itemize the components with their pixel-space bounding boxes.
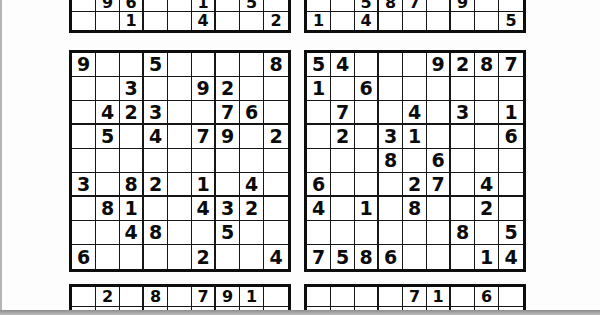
cell-r5c3[interactable] (355, 149, 379, 173)
cell-r9c1[interactable] (72, 12, 96, 30)
cell-r2c6[interactable] (427, 77, 451, 101)
cell-r6c6[interactable]: 1 (192, 173, 216, 197)
cell-r8c7[interactable]: 9 (451, 0, 475, 12)
cell-r5c9[interactable] (264, 149, 288, 173)
cell-r9c7[interactable] (216, 12, 240, 30)
cell-r9c7[interactable] (216, 245, 240, 269)
cell-r3c3[interactable] (355, 101, 379, 125)
cell-r1c8[interactable]: 8 (475, 53, 499, 77)
sudoku-board-middle-right: 5492871674312316866274418285758614 (304, 50, 526, 272)
cell-r3c2[interactable]: 7 (331, 101, 355, 125)
cell-r3c7[interactable]: 7 (216, 101, 240, 125)
cell-r1c1[interactable]: 5 (307, 53, 331, 77)
cell-r3c5[interactable]: 4 (403, 101, 427, 125)
cell-r4c2[interactable]: 2 (331, 125, 355, 149)
cell-r8c5[interactable] (168, 0, 192, 12)
cell-r2c6[interactable]: 9 (192, 77, 216, 101)
cell-r4c1[interactable] (307, 125, 331, 149)
cell-r7c8[interactable]: 2 (240, 197, 264, 221)
cell-r8c8[interactable] (475, 221, 499, 245)
cell-r4c2[interactable]: 5 (96, 125, 120, 149)
cell-r6c7[interactable] (216, 173, 240, 197)
cell-r9c8[interactable] (240, 245, 264, 269)
cell-r5c6[interactable]: 6 (427, 149, 451, 173)
cell-r8c4[interactable] (379, 221, 403, 245)
cell-r1c1[interactable] (307, 287, 331, 307)
cell-r4c3[interactable] (355, 125, 379, 149)
cell-r7c4[interactable] (379, 197, 403, 221)
cell-r5c1[interactable] (72, 149, 96, 173)
cell-r3c5[interactable] (168, 101, 192, 125)
cell-r3c6[interactable] (192, 101, 216, 125)
sudoku-board-top-left: 9615142 (69, 0, 291, 33)
cell-r3c3[interactable]: 2 (120, 101, 144, 125)
cell-r3c8[interactable] (475, 101, 499, 125)
cell-r3c4[interactable] (379, 101, 403, 125)
cell-r2c3[interactable]: 6 (355, 77, 379, 101)
cell-r3c6[interactable] (427, 101, 451, 125)
cell-r1c6[interactable]: 7 (192, 287, 216, 307)
cell-r6c4[interactable]: 2 (144, 173, 168, 197)
cell-r8c6[interactable] (427, 221, 451, 245)
cell-r8c1[interactable] (72, 0, 96, 12)
cell-r3c2[interactable]: 4 (96, 101, 120, 125)
cell-r1c2[interactable] (96, 53, 120, 77)
cell-r9c5[interactable] (403, 245, 427, 269)
sudoku-grid-top-left: 9615142 (69, 0, 295, 33)
cell-r1c5[interactable]: 7 (403, 287, 427, 307)
cell-r4c8[interactable] (475, 125, 499, 149)
cell-r6c9[interactable] (264, 173, 288, 197)
cell-r9c2[interactable] (96, 12, 120, 30)
cell-r9c7[interactable] (451, 245, 475, 269)
cell-r1c9[interactable] (499, 287, 523, 307)
cell-r1c4[interactable]: 8 (144, 287, 168, 307)
cell-r7c9[interactable] (264, 197, 288, 221)
cell-r9c1[interactable]: 6 (72, 245, 96, 269)
cell-r3c4[interactable]: 3 (144, 101, 168, 125)
cell-r4c7[interactable] (451, 125, 475, 149)
cell-r5c9[interactable] (499, 149, 523, 173)
cell-r7c1[interactable] (72, 197, 96, 221)
cell-r5c2[interactable] (331, 149, 355, 173)
cell-r7c1[interactable]: 4 (307, 197, 331, 221)
cell-r1c1[interactable] (72, 287, 96, 307)
cell-r9c8[interactable]: 1 (475, 245, 499, 269)
cell-r9c4[interactable] (144, 245, 168, 269)
cell-r4c8[interactable] (240, 125, 264, 149)
cell-r1c9[interactable] (264, 287, 288, 307)
cell-r5c7[interactable] (451, 149, 475, 173)
cell-r7c2[interactable]: 8 (96, 197, 120, 221)
cell-r8c7[interactable]: 8 (451, 221, 475, 245)
cell-r7c2[interactable] (331, 197, 355, 221)
cell-r7c3[interactable]: 1 (355, 197, 379, 221)
cell-r9c2[interactable]: 5 (331, 245, 355, 269)
cell-r9c9[interactable]: 4 (499, 245, 523, 269)
cell-r9c9[interactable]: 5 (499, 12, 523, 30)
cell-r2c1[interactable]: 1 (307, 77, 331, 101)
cell-r7c7[interactable]: 3 (216, 197, 240, 221)
cell-r9c7[interactable] (451, 12, 475, 30)
cell-r9c3[interactable]: 1 (120, 12, 144, 30)
cell-r1c8[interactable]: 6 (475, 287, 499, 307)
cell-r7c5[interactable]: 8 (403, 197, 427, 221)
cell-r1c4[interactable] (379, 53, 403, 77)
cell-r9c9[interactable]: 2 (264, 12, 288, 30)
cell-r9c9[interactable]: 4 (264, 245, 288, 269)
cell-r8c2[interactable] (331, 221, 355, 245)
cell-r2c9[interactable] (264, 77, 288, 101)
cell-r2c2[interactable] (331, 77, 355, 101)
cell-r2c1[interactable] (72, 77, 96, 101)
cell-r7c6[interactable]: 4 (192, 197, 216, 221)
cell-r1c2[interactable]: 4 (331, 53, 355, 77)
cell-r8c6[interactable] (192, 221, 216, 245)
cell-r4c1[interactable] (72, 125, 96, 149)
cell-r4c4[interactable]: 4 (144, 125, 168, 149)
cell-r6c7[interactable] (451, 173, 475, 197)
cell-r5c7[interactable] (216, 149, 240, 173)
cell-r2c4[interactable] (144, 77, 168, 101)
cell-r1c6[interactable] (192, 53, 216, 77)
cell-r8c8[interactable]: 5 (240, 0, 264, 12)
cell-r8c2[interactable]: 9 (96, 0, 120, 12)
cell-r8c9[interactable]: 5 (499, 221, 523, 245)
cell-r8c5[interactable] (403, 221, 427, 245)
page-bottom-edge (0, 310, 600, 315)
cell-r3c9[interactable] (264, 101, 288, 125)
cell-r1c7[interactable] (216, 53, 240, 77)
cell-r4c6[interactable]: 7 (192, 125, 216, 149)
cell-r9c8[interactable] (240, 12, 264, 30)
cell-r9c4[interactable] (379, 12, 403, 30)
cell-r4c9[interactable]: 6 (499, 125, 523, 149)
cell-r8c1[interactable] (307, 221, 331, 245)
cell-r1c8[interactable] (240, 53, 264, 77)
cell-r3c8[interactable]: 6 (240, 101, 264, 125)
cell-r3c1[interactable] (72, 101, 96, 125)
cell-r9c5[interactable] (168, 245, 192, 269)
cell-r8c2[interactable] (96, 221, 120, 245)
cell-r2c8[interactable] (240, 77, 264, 101)
cell-r1c4[interactable]: 5 (144, 53, 168, 77)
cell-r1c3[interactable] (120, 53, 144, 77)
cell-r8c8[interactable] (240, 221, 264, 245)
cell-r6c3[interactable] (355, 173, 379, 197)
cell-r8c5[interactable] (168, 221, 192, 245)
cell-r1c1[interactable]: 9 (72, 53, 96, 77)
cell-r8c6[interactable] (427, 0, 451, 12)
cell-r5c3[interactable] (120, 149, 144, 173)
cell-r7c9[interactable] (499, 197, 523, 221)
cell-r1c3[interactable] (355, 53, 379, 77)
cell-r7c3[interactable]: 1 (120, 197, 144, 221)
cell-r9c6[interactable]: 2 (192, 245, 216, 269)
cell-r1c6[interactable]: 9 (427, 53, 451, 77)
cell-r5c5[interactable] (168, 149, 192, 173)
cell-r2c3[interactable]: 3 (120, 77, 144, 101)
cell-r9c3[interactable]: 8 (355, 245, 379, 269)
cell-r3c9[interactable]: 1 (499, 101, 523, 125)
cell-r8c4[interactable] (144, 0, 168, 12)
cell-r6c1[interactable]: 6 (307, 173, 331, 197)
cell-r4c4[interactable]: 3 (379, 125, 403, 149)
cell-r5c2[interactable] (96, 149, 120, 173)
cell-r1c2[interactable] (331, 287, 355, 307)
cell-r2c7[interactable] (451, 77, 475, 101)
cell-r9c1[interactable]: 1 (307, 12, 331, 30)
cell-r1c9[interactable]: 8 (264, 53, 288, 77)
cell-r8c7[interactable] (216, 0, 240, 12)
cell-r7c6[interactable] (427, 197, 451, 221)
cell-r1c5[interactable] (403, 53, 427, 77)
cell-r9c5[interactable] (403, 12, 427, 30)
cell-r1c6[interactable]: 1 (427, 287, 451, 307)
cell-r7c7[interactable] (451, 197, 475, 221)
cell-r6c2[interactable] (96, 173, 120, 197)
cell-r3c7[interactable]: 3 (451, 101, 475, 125)
cell-r6c8[interactable]: 4 (475, 173, 499, 197)
cell-r7c8[interactable]: 2 (475, 197, 499, 221)
cell-r4c5[interactable]: 1 (403, 125, 427, 149)
cell-r9c4[interactable]: 6 (379, 245, 403, 269)
cell-r8c5[interactable]: 7 (403, 0, 427, 12)
cell-r1c7[interactable] (451, 287, 475, 307)
page-left-edge (0, 0, 2, 315)
cell-r5c5[interactable] (403, 149, 427, 173)
cell-r9c5[interactable] (168, 12, 192, 30)
cell-r9c2[interactable] (96, 245, 120, 269)
cell-r8c3[interactable]: 4 (120, 221, 144, 245)
cell-r1c5[interactable] (168, 287, 192, 307)
cell-r8c7[interactable]: 5 (216, 221, 240, 245)
cell-r2c5[interactable] (403, 77, 427, 101)
cell-r1c2[interactable]: 2 (96, 287, 120, 307)
cell-r6c3[interactable]: 8 (120, 173, 144, 197)
cell-r9c3[interactable]: 4 (355, 12, 379, 30)
cell-r1c4[interactable] (379, 287, 403, 307)
cell-r5c8[interactable] (240, 149, 264, 173)
cell-r6c5[interactable]: 2 (403, 173, 427, 197)
cell-r9c6[interactable] (427, 245, 451, 269)
cell-r6c1[interactable]: 3 (72, 173, 96, 197)
cell-r2c5[interactable] (168, 77, 192, 101)
sudoku-worksheet: 9615142 5879145 958392423765479238214814… (0, 0, 600, 315)
cell-r9c4[interactable] (144, 12, 168, 30)
cell-r2c2[interactable] (96, 77, 120, 101)
cell-r9c8[interactable] (475, 12, 499, 30)
sudoku-board-middle-left: 95839242376547923821481432485624 (69, 50, 291, 272)
cell-r2c4[interactable] (379, 77, 403, 101)
cell-r5c6[interactable] (192, 149, 216, 173)
cell-r3c1[interactable] (307, 101, 331, 125)
cell-r5c4[interactable]: 8 (379, 149, 403, 173)
cell-r1c7[interactable]: 2 (451, 53, 475, 77)
cell-r1c5[interactable] (168, 53, 192, 77)
cell-r8c4[interactable]: 8 (379, 0, 403, 12)
cell-r1c9[interactable]: 7 (499, 53, 523, 77)
cell-r2c9[interactable] (499, 77, 523, 101)
cell-r2c8[interactable] (475, 77, 499, 101)
cell-r9c3[interactable] (120, 245, 144, 269)
cell-r6c6[interactable]: 7 (427, 173, 451, 197)
cell-r7c4[interactable] (144, 197, 168, 221)
cell-r8c1[interactable] (72, 221, 96, 245)
sudoku-board-top-right: 5879145 (304, 0, 526, 33)
cell-r6c4[interactable] (379, 173, 403, 197)
cell-r8c8[interactable] (475, 0, 499, 12)
cell-r4c7[interactable]: 9 (216, 125, 240, 149)
cell-r4c6[interactable] (427, 125, 451, 149)
cell-r5c1[interactable] (307, 149, 331, 173)
sudoku-grid-top-right: 5879145 (304, 0, 530, 33)
cell-r9c6[interactable]: 4 (192, 12, 216, 30)
cell-r8c9[interactable] (264, 221, 288, 245)
cell-r4c3[interactable] (120, 125, 144, 149)
cell-r8c4[interactable]: 8 (144, 221, 168, 245)
cell-r7c5[interactable] (168, 197, 192, 221)
cell-r8c3[interactable] (355, 221, 379, 245)
cell-r1c7[interactable]: 9 (216, 287, 240, 307)
cell-r2c7[interactable]: 2 (216, 77, 240, 101)
cell-r6c5[interactable] (168, 173, 192, 197)
cell-r9c1[interactable]: 7 (307, 245, 331, 269)
cell-r5c8[interactable] (475, 149, 499, 173)
cell-r1c8[interactable]: 1 (240, 287, 264, 307)
cell-r9c6[interactable] (427, 12, 451, 30)
cell-r9c2[interactable] (331, 12, 355, 30)
cell-r6c9[interactable] (499, 173, 523, 197)
cell-r4c9[interactable]: 2 (264, 125, 288, 149)
cell-r4c5[interactable] (168, 125, 192, 149)
cell-r5c4[interactable] (144, 149, 168, 173)
cell-r6c8[interactable]: 4 (240, 173, 264, 197)
cell-r1c3[interactable] (120, 287, 144, 307)
cell-r6c2[interactable] (331, 173, 355, 197)
cell-r8c2[interactable] (331, 0, 355, 12)
cell-r1c3[interactable] (355, 287, 379, 307)
